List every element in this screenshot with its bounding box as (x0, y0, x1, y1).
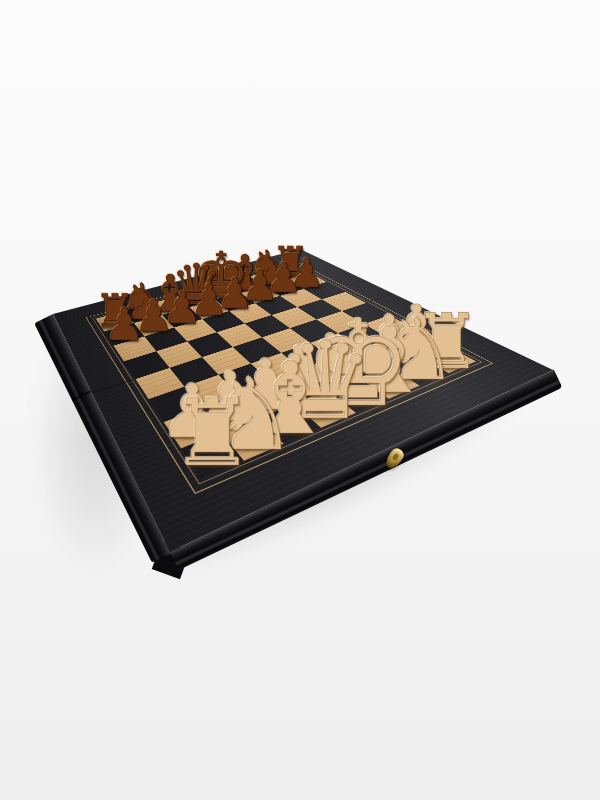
piece-black-pawn-a7[interactable]: ♟ (104, 302, 144, 347)
product-photo: Overhead angled product photo of a foldi… (0, 0, 600, 800)
fold-seam-edge (72, 390, 92, 401)
piece-white-rook-a1[interactable]: ♜ (171, 387, 254, 480)
